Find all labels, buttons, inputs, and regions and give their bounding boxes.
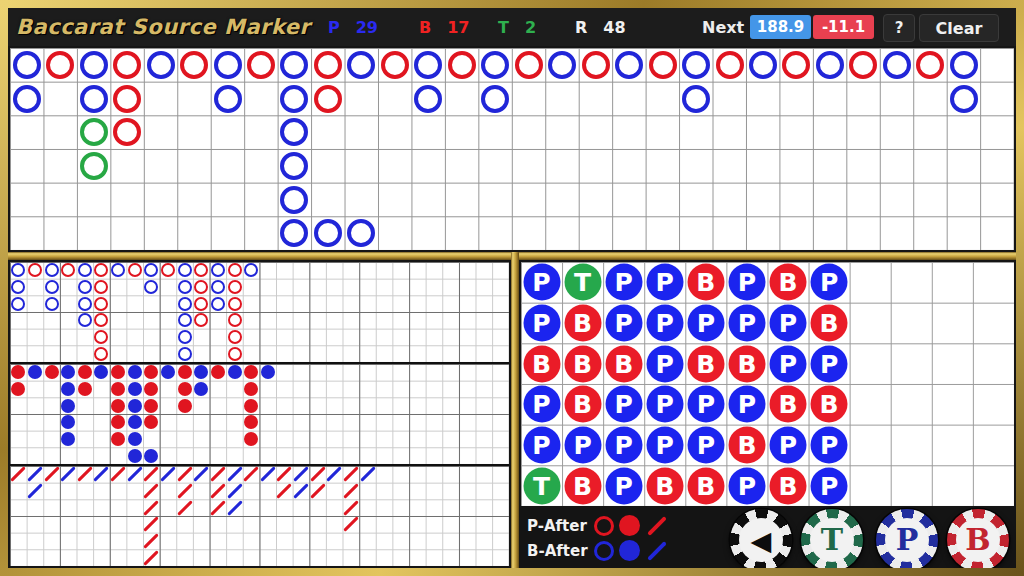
small-road-mark	[144, 415, 158, 429]
big-road-mark	[247, 51, 275, 79]
big-road-mark	[414, 85, 442, 113]
small-road-mark	[128, 449, 142, 463]
cockroach-road-mark	[177, 483, 193, 499]
big-eye-boy-mark	[94, 347, 108, 361]
bead-plate-cell: P	[646, 427, 683, 464]
chip-banker-center: B	[956, 518, 1000, 562]
stat-rounds-label: R	[575, 18, 587, 37]
bead-plate-cell: P	[728, 467, 765, 504]
cockroach-road-mark	[11, 467, 27, 483]
cockroach-road-mark	[343, 517, 359, 533]
bead-plate-cell: B	[687, 264, 724, 301]
cockroach-road-mark	[160, 467, 176, 483]
stat-tie-value: 2	[525, 18, 536, 37]
cockroach-road-mark	[144, 517, 160, 533]
big-eye-boy-mark	[144, 280, 158, 294]
bead-plate-cell: B	[811, 305, 848, 342]
cockroach-road-mark	[227, 483, 243, 499]
bead-plate-cell: B	[811, 386, 848, 423]
big-road-mark	[280, 152, 308, 180]
small-road-mark	[128, 432, 142, 446]
bead-plate-cell: B	[687, 345, 724, 382]
big-road-mark	[548, 51, 576, 79]
cockroach-road-board	[10, 466, 509, 566]
bead-plate-cell: P	[523, 427, 560, 464]
big-eye-boy-mark	[78, 313, 92, 327]
bead-plate-cell: B	[605, 345, 642, 382]
legend-p-after: P-After	[527, 513, 669, 538]
bead-plate-cell: P	[523, 264, 560, 301]
big-road-mark	[80, 51, 108, 79]
cockroach-road-mark	[277, 483, 293, 499]
big-road-mark	[916, 51, 944, 79]
small-road-mark	[128, 365, 142, 379]
help-button[interactable]: ?	[883, 14, 915, 42]
big-road-mark	[314, 219, 342, 247]
big-road-mark	[113, 51, 141, 79]
big-eye-boy-mark	[228, 263, 242, 277]
bead-plate-cell: P	[523, 305, 560, 342]
big-road-mark	[515, 51, 543, 79]
small-road-mark	[228, 365, 242, 379]
big-road-mark	[950, 85, 978, 113]
legend-p-after-label: P-After	[527, 517, 589, 535]
bead-plate-cell: B	[728, 427, 765, 464]
cockroach-road-mark	[343, 483, 359, 499]
bead-plate-cell: P	[728, 386, 765, 423]
b-after-slash-icon	[647, 541, 667, 561]
big-road-mark	[682, 51, 710, 79]
cockroach-road-mark	[127, 467, 143, 483]
big-road-mark	[682, 85, 710, 113]
bead-plate-cell: P	[564, 427, 601, 464]
big-road-mark	[782, 51, 810, 79]
small-road-mark	[178, 382, 192, 396]
small-road-mark	[194, 382, 208, 396]
small-road-mark	[244, 415, 258, 429]
small-road-mark	[261, 365, 275, 379]
big-eye-boy-mark	[211, 263, 225, 277]
big-eye-boy-mark	[128, 263, 142, 277]
bead-plate-cell: P	[605, 386, 642, 423]
big-eye-boy-mark	[178, 280, 192, 294]
small-road-mark	[111, 365, 125, 379]
cockroach-road-mark	[310, 483, 326, 499]
bead-plate-panel: PTPPBPBPPBPPPPPBBBBPBBPPPBPPPPBBPPPPPBPP…	[519, 260, 1016, 568]
cockroach-road-mark	[293, 467, 309, 483]
cockroach-road-mark	[27, 483, 43, 499]
small-road-mark	[244, 382, 258, 396]
big-road-mark	[80, 118, 108, 146]
stat-player: P 29	[328, 8, 378, 46]
cockroach-road-mark	[77, 467, 93, 483]
derived-roads-panel	[8, 260, 511, 568]
bead-plate-cell: P	[728, 305, 765, 342]
bead-plate-cell: P	[770, 427, 807, 464]
big-eye-boy-mark	[78, 263, 92, 277]
header-bar: Baccarat Source Marker P 29 B 17 T 2 R 4…	[8, 8, 1016, 46]
big-road-mark	[147, 51, 175, 79]
cockroach-road-mark	[210, 500, 226, 516]
next-banker-value[interactable]: -11.1	[813, 15, 874, 39]
bead-plate-cell: P	[605, 467, 642, 504]
cockroach-road-mark	[144, 483, 160, 499]
cockroach-road-mark	[343, 500, 359, 516]
chip-banker-button[interactable]: B	[947, 509, 1009, 571]
cockroach-road-mark	[144, 500, 160, 516]
cockroach-road-mark	[277, 467, 293, 483]
next-label: Next :	[702, 8, 756, 46]
bead-plate-cell: P	[728, 264, 765, 301]
bead-plate-cell: P	[605, 305, 642, 342]
bead-plate-cell: B	[770, 264, 807, 301]
cockroach-road-mark	[227, 500, 243, 516]
cockroach-road-mark	[44, 467, 60, 483]
cockroach-road-mark	[343, 467, 359, 483]
chip-player-button[interactable]: P	[876, 509, 938, 571]
player-chip-letter: P	[896, 525, 919, 555]
big-road-mark	[649, 51, 677, 79]
big-eye-boy-mark	[94, 313, 108, 327]
gold-divider-vertical	[511, 252, 519, 576]
bead-plate-cell: B	[564, 386, 601, 423]
bead-plate-cell: B	[646, 467, 683, 504]
bead-plate-cell: B	[687, 467, 724, 504]
big-eye-boy-mark	[178, 297, 192, 311]
small-road-board	[10, 364, 509, 466]
big-road-mark	[13, 85, 41, 113]
big-eye-boy-mark	[194, 280, 208, 294]
cockroach-road-mark	[210, 467, 226, 483]
bead-plate-cell: T	[564, 264, 601, 301]
small-road-mark	[144, 365, 158, 379]
big-road-board	[10, 48, 1014, 250]
bead-plate-cell: P	[646, 386, 683, 423]
stat-player-label: P	[328, 18, 340, 37]
bead-plate-cell: P	[811, 264, 848, 301]
big-road-mark	[113, 85, 141, 113]
banker-chip-letter: B	[965, 525, 990, 555]
big-eye-boy-mark	[11, 297, 25, 311]
next-player-value[interactable]: 188.9	[750, 15, 811, 39]
stat-banker: B 17	[419, 8, 469, 46]
small-road-mark	[61, 399, 75, 413]
cockroach-road-mark	[227, 467, 243, 483]
small-road-mark	[28, 365, 42, 379]
small-road-mark	[78, 365, 92, 379]
big-eye-boy-mark	[161, 263, 175, 277]
small-road-mark	[45, 365, 59, 379]
small-road-mark	[128, 415, 142, 429]
big-road-mark	[381, 51, 409, 79]
b-after-dot-icon	[619, 540, 640, 561]
big-eye-boy-mark	[228, 330, 242, 344]
big-eye-boy-mark	[61, 263, 75, 277]
big-eye-boy-mark	[94, 297, 108, 311]
after-legend: P-After B-After	[527, 513, 669, 563]
big-road-mark	[80, 152, 108, 180]
big-road-mark	[13, 51, 41, 79]
big-road-mark	[481, 51, 509, 79]
bead-plate-cell: P	[770, 345, 807, 382]
stat-banker-value: 17	[447, 18, 469, 37]
cockroach-road-mark	[94, 467, 110, 483]
big-road-mark	[180, 51, 208, 79]
bead-plate-cell: P	[646, 345, 683, 382]
big-eye-boy-mark	[228, 280, 242, 294]
big-road-mark	[80, 85, 108, 113]
big-road-mark	[214, 85, 242, 113]
cockroach-road-mark	[110, 467, 126, 483]
big-road-mark	[214, 51, 242, 79]
small-road-mark	[111, 432, 125, 446]
bet-tray: P-After B-After ◀TPB	[519, 508, 1016, 568]
cockroach-road-mark	[144, 550, 160, 566]
big-road-mark	[883, 51, 911, 79]
bead-plate-cell: T	[523, 467, 560, 504]
stat-banker-label: B	[419, 18, 431, 37]
stat-tie: T 2	[498, 8, 536, 46]
small-road-mark	[111, 415, 125, 429]
cockroach-road-mark	[260, 467, 276, 483]
cockroach-road-mark	[360, 467, 376, 483]
big-eye-boy-mark	[228, 313, 242, 327]
big-eye-boy-mark	[45, 297, 59, 311]
small-road-mark	[111, 382, 125, 396]
bead-plate-cell: P	[605, 264, 642, 301]
big-road-mark	[414, 51, 442, 79]
bead-plate-cell: P	[646, 264, 683, 301]
big-road-mark	[347, 51, 375, 79]
big-eye-boy-mark	[194, 313, 208, 327]
small-road-mark	[78, 382, 92, 396]
big-eye-boy-mark	[178, 263, 192, 277]
big-road-mark	[582, 51, 610, 79]
bead-plate-cell: P	[646, 305, 683, 342]
small-road-mark	[144, 399, 158, 413]
stat-player-value: 29	[356, 18, 378, 37]
stat-rounds: R 48	[575, 8, 626, 46]
bead-plate-cell: B	[770, 467, 807, 504]
legend-b-after: B-After	[527, 538, 669, 563]
big-eye-boy-mark	[78, 297, 92, 311]
big-road-mark	[347, 219, 375, 247]
big-eye-boy-mark	[194, 263, 208, 277]
p-after-slash-icon	[647, 516, 667, 536]
bead-plate-cell: P	[811, 345, 848, 382]
big-eye-boy-mark	[11, 263, 25, 277]
p-after-dot-icon	[619, 515, 640, 536]
small-road-mark	[61, 382, 75, 396]
big-road-mark	[113, 118, 141, 146]
stat-rounds-value: 48	[603, 18, 625, 37]
small-road-mark	[128, 382, 142, 396]
big-road-mark	[280, 219, 308, 247]
chip-undo-button[interactable]: ◀	[730, 509, 792, 571]
bead-plate-cell: P	[523, 386, 560, 423]
cockroach-road-mark	[27, 467, 43, 483]
big-eye-boy-mark	[211, 280, 225, 294]
big-road-mark	[280, 186, 308, 214]
cockroach-road-mark	[177, 500, 193, 516]
small-road-mark	[11, 365, 25, 379]
chip-tie-center: T	[810, 518, 854, 562]
big-eye-boy-mark	[244, 263, 258, 277]
big-eye-boy-mark	[178, 347, 192, 361]
big-eye-boy-mark	[45, 263, 59, 277]
tie-chip-letter: T	[821, 525, 843, 555]
cockroach-road-mark	[60, 467, 76, 483]
big-road-panel	[8, 46, 1016, 252]
bead-plate-cell: B	[770, 386, 807, 423]
small-road-mark	[128, 399, 142, 413]
bead-plate-cell: P	[687, 386, 724, 423]
big-road-mark	[716, 51, 744, 79]
big-eye-boy-board	[10, 262, 509, 364]
bead-plate-cell: B	[564, 345, 601, 382]
small-road-mark	[144, 449, 158, 463]
cockroach-road-mark	[293, 483, 309, 499]
stat-tie-label: T	[498, 18, 509, 37]
big-eye-boy-mark	[94, 280, 108, 294]
small-road-mark	[194, 365, 208, 379]
big-road-mark	[615, 51, 643, 79]
small-road-mark	[111, 399, 125, 413]
small-road-mark	[211, 365, 225, 379]
bead-plate-cell: P	[811, 427, 848, 464]
small-road-mark	[11, 382, 25, 396]
big-road-mark	[280, 118, 308, 146]
big-road-mark	[46, 51, 74, 79]
big-road-mark	[749, 51, 777, 79]
bead-plate-cell: P	[770, 305, 807, 342]
bead-plate-cell: P	[811, 467, 848, 504]
big-road-mark	[314, 85, 342, 113]
app-window: Baccarat Source Marker P 29 B 17 T 2 R 4…	[0, 0, 1024, 576]
cockroach-road-mark	[177, 467, 193, 483]
bead-plate-cell: B	[728, 345, 765, 382]
cockroach-road-mark	[310, 467, 326, 483]
big-eye-boy-mark	[178, 313, 192, 327]
legend-b-after-label: B-After	[527, 542, 589, 560]
bead-plate-cell: B	[564, 467, 601, 504]
app-title: Baccarat Source Marker	[16, 8, 310, 46]
big-eye-boy-mark	[45, 280, 59, 294]
chip-player-center: P	[885, 518, 929, 562]
chip-tie-button[interactable]: T	[801, 509, 863, 571]
p-after-ring-icon	[594, 516, 614, 536]
bead-plate-cell: P	[687, 427, 724, 464]
small-road-mark	[144, 382, 158, 396]
big-road-mark	[950, 51, 978, 79]
small-road-mark	[94, 365, 108, 379]
big-eye-boy-mark	[28, 263, 42, 277]
bead-plate-board: PTPPBPBPPBPPPPPBBBBPBBPPPBPPPPBBPPPPPBPP…	[521, 262, 1014, 506]
small-road-mark	[178, 399, 192, 413]
bead-plate-cell: B	[523, 345, 560, 382]
bead-plate-cell: P	[605, 427, 642, 464]
cockroach-road-mark	[144, 467, 160, 483]
big-eye-boy-mark	[94, 330, 108, 344]
small-road-mark	[161, 365, 175, 379]
big-eye-boy-mark	[94, 263, 108, 277]
cockroach-road-mark	[210, 483, 226, 499]
big-eye-boy-mark	[178, 330, 192, 344]
bead-plate-frame: PTPPBPBPPBPPPPPBBBBPBBPPPBPPPPBBPPPPPBPP…	[519, 260, 1016, 508]
cockroach-road-mark	[327, 467, 343, 483]
small-road-mark	[61, 365, 75, 379]
big-road-mark	[849, 51, 877, 79]
small-road-mark	[61, 432, 75, 446]
small-road-mark	[178, 365, 192, 379]
small-road-mark	[61, 415, 75, 429]
chip-undo-center: ◀	[739, 518, 783, 562]
big-eye-boy-mark	[228, 297, 242, 311]
clear-button[interactable]: Clear	[919, 14, 999, 42]
big-road-mark	[280, 51, 308, 79]
small-road-mark	[244, 399, 258, 413]
big-eye-boy-mark	[78, 280, 92, 294]
undo-icon: ◀	[751, 527, 772, 554]
small-road-mark	[244, 432, 258, 446]
small-road-mark	[244, 365, 258, 379]
cockroach-road-mark	[193, 467, 209, 483]
big-eye-boy-mark	[11, 280, 25, 294]
b-after-ring-icon	[594, 541, 614, 561]
big-road-mark	[314, 51, 342, 79]
big-eye-boy-mark	[111, 263, 125, 277]
big-eye-boy-mark	[228, 347, 242, 361]
cockroach-road-mark	[243, 467, 259, 483]
bead-plate-cell: P	[687, 305, 724, 342]
big-road-mark	[481, 85, 509, 113]
big-road-mark	[816, 51, 844, 79]
big-eye-boy-mark	[144, 263, 158, 277]
big-road-mark	[448, 51, 476, 79]
big-eye-boy-mark	[211, 297, 225, 311]
cockroach-road-mark	[144, 533, 160, 549]
big-eye-boy-mark	[194, 297, 208, 311]
bead-plate-cell: B	[564, 305, 601, 342]
big-road-mark	[280, 85, 308, 113]
